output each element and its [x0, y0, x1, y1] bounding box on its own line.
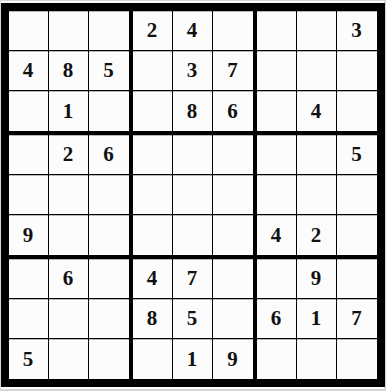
cell-r1c8[interactable]: [297, 11, 337, 51]
cell-r1c2[interactable]: [49, 11, 89, 51]
cell-r8c6[interactable]: [213, 299, 253, 339]
sudoku-page: 485124378634269542654785199617: [0, 0, 386, 391]
cell-r9c8[interactable]: [297, 339, 337, 379]
cell-r1c4[interactable]: 2: [133, 11, 173, 51]
cell-r1c1[interactable]: [9, 11, 49, 51]
cell-r9c2[interactable]: [49, 339, 89, 379]
cell-r5c4[interactable]: [133, 175, 173, 215]
cell-r3c2[interactable]: 1: [49, 91, 89, 131]
cell-r2c3[interactable]: 5: [89, 51, 129, 91]
cell-r5c5[interactable]: [173, 175, 213, 215]
cell-r3c9[interactable]: [337, 91, 377, 131]
cell-r2c4[interactable]: [133, 51, 173, 91]
cell-r8c5[interactable]: 5: [173, 299, 213, 339]
cell-r7c3[interactable]: [89, 259, 129, 299]
sudoku-box-1-0: 269: [7, 133, 131, 257]
cell-r7c8[interactable]: 9: [297, 259, 337, 299]
cell-r8c8[interactable]: 1: [297, 299, 337, 339]
sudoku-box-0-2: 34: [255, 9, 379, 133]
cell-r2c5[interactable]: 3: [173, 51, 213, 91]
cell-r5c9[interactable]: [337, 175, 377, 215]
cell-r3c4[interactable]: [133, 91, 173, 131]
cell-r9c6[interactable]: 9: [213, 339, 253, 379]
cell-r6c7[interactable]: 4: [257, 215, 297, 255]
cell-r2c8[interactable]: [297, 51, 337, 91]
cell-r6c4[interactable]: [133, 215, 173, 255]
cell-r4c3[interactable]: 6: [89, 135, 129, 175]
cell-r2c7[interactable]: [257, 51, 297, 91]
cell-r7c1[interactable]: [9, 259, 49, 299]
cell-r6c1[interactable]: 9: [9, 215, 49, 255]
cell-r1c3[interactable]: [89, 11, 129, 51]
cell-r6c2[interactable]: [49, 215, 89, 255]
cell-r7c4[interactable]: 4: [133, 259, 173, 299]
cell-r9c5[interactable]: 1: [173, 339, 213, 379]
cell-r2c9[interactable]: [337, 51, 377, 91]
sudoku-box-1-2: 542: [255, 133, 379, 257]
sudoku-box-2-2: 9617: [255, 257, 379, 381]
cell-r4c2[interactable]: 2: [49, 135, 89, 175]
cell-r8c9[interactable]: 7: [337, 299, 377, 339]
cell-r6c8[interactable]: 2: [297, 215, 337, 255]
cell-r2c2[interactable]: 8: [49, 51, 89, 91]
cell-r9c3[interactable]: [89, 339, 129, 379]
cell-r4c5[interactable]: [173, 135, 213, 175]
cell-r1c5[interactable]: 4: [173, 11, 213, 51]
cell-r8c7[interactable]: 6: [257, 299, 297, 339]
cell-r8c4[interactable]: 8: [133, 299, 173, 339]
cell-r1c7[interactable]: [257, 11, 297, 51]
cell-r7c2[interactable]: 6: [49, 259, 89, 299]
cell-r4c7[interactable]: [257, 135, 297, 175]
cell-r9c4[interactable]: [133, 339, 173, 379]
sudoku-box-0-0: 4851: [7, 9, 131, 133]
cell-r5c8[interactable]: [297, 175, 337, 215]
sudoku-board: 485124378634269542654785199617: [1, 3, 385, 387]
cell-r3c5[interactable]: 8: [173, 91, 213, 131]
cell-r3c3[interactable]: [89, 91, 129, 131]
cell-r4c9[interactable]: 5: [337, 135, 377, 175]
cell-r8c2[interactable]: [49, 299, 89, 339]
cell-r9c1[interactable]: 5: [9, 339, 49, 379]
cell-r6c5[interactable]: [173, 215, 213, 255]
cell-r4c1[interactable]: [9, 135, 49, 175]
sudoku-box-0-1: 243786: [131, 9, 255, 133]
cell-r3c8[interactable]: 4: [297, 91, 337, 131]
cell-r1c6[interactable]: [213, 11, 253, 51]
cell-r8c3[interactable]: [89, 299, 129, 339]
cell-r5c2[interactable]: [49, 175, 89, 215]
cell-r4c6[interactable]: [213, 135, 253, 175]
cell-r3c1[interactable]: [9, 91, 49, 131]
sudoku-box-2-0: 65: [7, 257, 131, 381]
cell-r5c6[interactable]: [213, 175, 253, 215]
cell-r3c6[interactable]: 6: [213, 91, 253, 131]
cell-r6c3[interactable]: [89, 215, 129, 255]
cell-r9c9[interactable]: [337, 339, 377, 379]
cell-r5c3[interactable]: [89, 175, 129, 215]
cell-r4c4[interactable]: [133, 135, 173, 175]
cell-r7c6[interactable]: [213, 259, 253, 299]
cell-r7c9[interactable]: [337, 259, 377, 299]
cell-r5c7[interactable]: [257, 175, 297, 215]
cell-r6c6[interactable]: [213, 215, 253, 255]
cell-r8c1[interactable]: [9, 299, 49, 339]
cell-r1c9[interactable]: 3: [337, 11, 377, 51]
cell-r2c1[interactable]: 4: [9, 51, 49, 91]
cell-r7c5[interactable]: 7: [173, 259, 213, 299]
sudoku-box-1-1: [131, 133, 255, 257]
cell-r6c9[interactable]: [337, 215, 377, 255]
cell-r9c7[interactable]: [257, 339, 297, 379]
cell-r5c1[interactable]: [9, 175, 49, 215]
cell-r2c6[interactable]: 7: [213, 51, 253, 91]
cell-r7c7[interactable]: [257, 259, 297, 299]
sudoku-box-2-1: 478519: [131, 257, 255, 381]
cell-r3c7[interactable]: [257, 91, 297, 131]
cell-r4c8[interactable]: [297, 135, 337, 175]
